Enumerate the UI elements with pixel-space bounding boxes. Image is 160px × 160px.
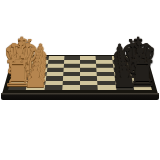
square-a5 — [80, 85, 98, 90]
chess-board — [2, 55, 158, 94]
board-grid — [8, 56, 152, 90]
square-a4 — [62, 85, 80, 90]
chess-set-photo: ♜♞♝♛♚♝♞♜♟♟♟♟♟♟♟♟♟♟♟♟♟♟♟♟♜♞♝♛♚♝♞♜ — [0, 0, 160, 160]
square-a7 — [115, 85, 134, 90]
square-a6 — [98, 85, 116, 90]
board-front-edge — [1, 93, 159, 100]
square-a3 — [44, 85, 62, 90]
square-a1 — [8, 85, 27, 90]
square-a8 — [133, 85, 152, 90]
square-a2 — [26, 85, 45, 90]
